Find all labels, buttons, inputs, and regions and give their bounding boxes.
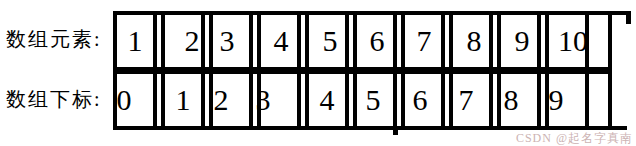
elements-row: 1 2 3 4 5 6 7 8 9 10 bbox=[113, 11, 612, 71]
cell-value: 7 bbox=[417, 26, 432, 56]
index-cell-2: 2 bbox=[209, 74, 253, 126]
index-cell-4: 4 bbox=[305, 74, 349, 126]
element-cell-1: 2 bbox=[161, 15, 205, 67]
label-array-indices: 数组下标: bbox=[6, 89, 102, 109]
cell-value: 6 bbox=[413, 85, 428, 115]
element-cell-2: 3 bbox=[209, 15, 253, 67]
index-cell-8: 8 bbox=[497, 74, 541, 126]
cell-value: 1 bbox=[176, 85, 191, 115]
cell-value: 3 bbox=[220, 26, 235, 56]
cell-value: 2 bbox=[185, 26, 200, 56]
csdn-watermark: CSDN @起名字真南 bbox=[516, 132, 633, 145]
cell-value: 1 bbox=[128, 26, 143, 56]
cell-value: 5 bbox=[366, 85, 381, 115]
indices-row: 0 1 2 3 4 5 6 7 8 9 bbox=[113, 70, 612, 130]
index-cell-0: 0 bbox=[113, 74, 157, 126]
cell-value: 7 bbox=[459, 85, 474, 115]
label-array-elements: 数组元素: bbox=[6, 29, 102, 49]
element-cell-8: 9 bbox=[497, 15, 541, 67]
border-hook-top-right bbox=[626, 11, 631, 24]
cell-value: 8 bbox=[504, 85, 519, 115]
index-cell-3: 3 bbox=[257, 74, 301, 126]
index-cell-1: 1 bbox=[161, 74, 205, 126]
border-overshoot-bottom-right bbox=[606, 126, 627, 130]
cell-value: 6 bbox=[370, 26, 385, 56]
element-cell-3: 4 bbox=[257, 15, 301, 67]
array-diagram: 数组元素: 数组下标: 1 2 3 4 5 6 7 8 9 10 0 1 2 3… bbox=[0, 0, 636, 146]
cell-value: 5 bbox=[323, 26, 338, 56]
element-cell-6: 7 bbox=[401, 15, 445, 67]
cell-value: 9 bbox=[549, 85, 564, 115]
cell-value: 8 bbox=[467, 26, 482, 56]
index-cell-6: 6 bbox=[401, 74, 445, 126]
cell-value: 4 bbox=[274, 26, 289, 56]
element-cell-5: 6 bbox=[353, 15, 397, 67]
element-cell-7: 8 bbox=[449, 15, 493, 67]
cell-value: 3 bbox=[256, 85, 271, 115]
index-cell-7: 7 bbox=[449, 74, 493, 126]
cell-value: 4 bbox=[320, 85, 335, 115]
cell-value: 2 bbox=[214, 85, 229, 115]
cell-value: 10 bbox=[558, 26, 588, 56]
element-cell-0: 1 bbox=[113, 15, 157, 67]
cell-value: 0 bbox=[117, 85, 132, 115]
border-nub-artifact bbox=[393, 129, 398, 135]
element-cell-4: 5 bbox=[305, 15, 349, 67]
index-cell-9: 9 bbox=[545, 74, 589, 126]
cell-value: 9 bbox=[515, 26, 530, 56]
index-cell-5: 5 bbox=[353, 74, 397, 126]
array-table: 1 2 3 4 5 6 7 8 9 10 0 1 2 3 4 5 6 7 8 9 bbox=[113, 11, 612, 130]
element-cell-9: 10 bbox=[545, 15, 589, 67]
